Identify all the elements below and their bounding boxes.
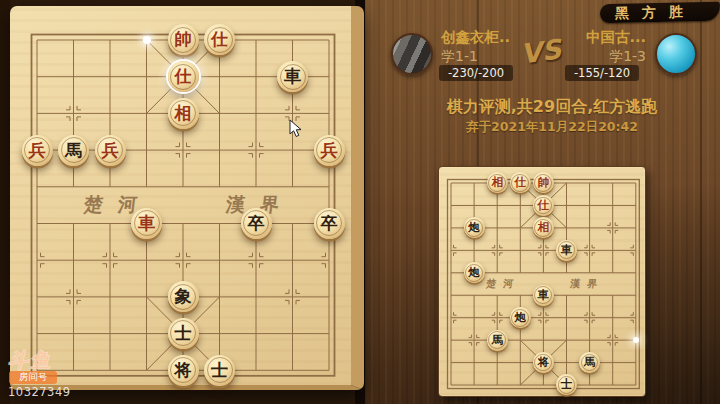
xiangqi-piece-仕[interactable]: 仕 (168, 61, 199, 92)
xiangqi-piece-車[interactable]: 車 (277, 61, 308, 92)
last-move-origin-marker (633, 337, 639, 343)
red-player-score: -230/-200 (439, 65, 513, 81)
piece-glyph: 卒 (248, 208, 265, 239)
xiangqi-piece-馬: 馬 (487, 330, 508, 351)
xiangqi-piece-士[interactable]: 士 (168, 318, 199, 349)
piece-glyph: 兵 (29, 135, 46, 166)
red-player-name: 创鑫衣柜.. (441, 28, 523, 47)
vs-label: VS (515, 33, 567, 70)
xiangqi-piece-馬: 馬 (579, 352, 600, 373)
piece-glyph: 士 (211, 355, 228, 386)
xiangqi-piece-車: 車 (556, 240, 577, 261)
xiangqi-piece-炮: 炮 (464, 217, 485, 238)
piece-glyph: 相 (175, 98, 192, 129)
mini-xiangqi-board: 楚河 漢界 相仕帥仕炮相車炮車炮馬将馬士 (438, 166, 646, 397)
piece-glyph: 仕 (538, 195, 550, 216)
xiangqi-piece-仕: 仕 (533, 195, 554, 216)
xiangqi-piece-将: 将 (533, 352, 554, 373)
piece-glyph: 馬 (65, 135, 82, 166)
piece-glyph: 帥 (175, 24, 192, 55)
black-player-score: -155/-120 (565, 65, 639, 81)
piece-glyph: 卒 (321, 208, 338, 239)
piece-glyph: 将 (538, 352, 550, 373)
xiangqi-piece-車: 車 (533, 285, 554, 306)
xiangqi-piece-象[interactable]: 象 (168, 281, 199, 312)
piece-glyph: 相 (538, 217, 550, 238)
piece-glyph: 帥 (538, 172, 550, 193)
piece-glyph: 車 (284, 61, 301, 92)
piece-glyph: 炮 (468, 262, 480, 283)
piece-glyph: 相 (491, 172, 503, 193)
main-xiangqi-board[interactable]: 楚河 漢界 帥仕仕相兵馬兵兵車車卒卒象士将士 (10, 6, 364, 390)
xiangqi-piece-兵[interactable]: 兵 (95, 135, 126, 166)
black-player-avatar[interactable] (655, 33, 697, 75)
piece-glyph: 士 (561, 374, 573, 395)
main-piece-layer: 帥仕仕相兵馬兵兵車車卒卒象士将士 (19, 22, 348, 389)
xiangqi-piece-帥: 帥 (533, 172, 554, 193)
piece-glyph: 馬 (491, 330, 503, 351)
black-player-name: 中国古... (564, 28, 646, 47)
xiangqi-piece-帥[interactable]: 帥 (168, 24, 199, 55)
xiangqi-piece-将[interactable]: 将 (168, 355, 199, 386)
xiangqi-piece-車[interactable]: 車 (131, 208, 162, 239)
mini-piece-layer: 相仕帥仕炮相車炮車炮馬将馬士 (439, 172, 647, 396)
piece-glyph: 仕 (515, 172, 527, 193)
mouse-cursor (289, 119, 303, 138)
xiangqi-piece-兵[interactable]: 兵 (314, 135, 345, 166)
result-badge: 黑方胜 (600, 2, 720, 24)
xiangqi-piece-卒[interactable]: 卒 (241, 208, 272, 239)
screen: 楚河 漢界 帥仕仕相兵馬兵兵車車卒卒象士将士 黑方胜 创鑫衣柜.. 学1-1 -… (0, 0, 720, 404)
piece-glyph: 兵 (321, 135, 338, 166)
match-summary: 棋力评测,共29回合,红方逃跑 (382, 97, 720, 118)
xiangqi-piece-相: 相 (533, 217, 554, 238)
xiangqi-piece-仕: 仕 (510, 172, 531, 193)
live-board-panel: 楚河 漢界 帥仕仕相兵馬兵兵車車卒卒象士将士 (0, 0, 365, 404)
red-player-avatar[interactable] (391, 33, 433, 75)
red-player-level: 学1-1 (441, 48, 523, 66)
piece-glyph: 炮 (515, 307, 527, 328)
xiangqi-piece-仕[interactable]: 仕 (204, 24, 235, 55)
xiangqi-piece-炮: 炮 (510, 307, 531, 328)
room-number: 10327349 (8, 385, 71, 399)
xiangqi-piece-炮: 炮 (464, 262, 485, 283)
xiangqi-piece-馬[interactable]: 馬 (58, 135, 89, 166)
piece-glyph: 兵 (102, 135, 119, 166)
xiangqi-piece-士: 士 (556, 374, 577, 395)
xiangqi-piece-相[interactable]: 相 (168, 98, 199, 129)
xiangqi-piece-士[interactable]: 士 (204, 355, 235, 386)
room-number-label: 房间号 (9, 371, 57, 384)
douyu-logo: 斗鱼 (8, 347, 52, 374)
piece-glyph: 車 (561, 240, 573, 261)
xiangqi-piece-相: 相 (487, 172, 508, 193)
piece-glyph: 炮 (468, 217, 480, 238)
wood-seam (700, 0, 702, 404)
result-badge-label: 黑方胜 (600, 3, 696, 23)
xiangqi-piece-兵[interactable]: 兵 (22, 135, 53, 166)
piece-glyph: 仕 (211, 24, 228, 55)
piece-glyph: 馬 (584, 352, 596, 373)
piece-glyph: 車 (138, 208, 155, 239)
last-move-origin-marker (143, 36, 151, 44)
piece-glyph: 将 (175, 355, 192, 386)
match-abandon-time: 弃于2021年11月22日20:42 (382, 119, 720, 136)
piece-glyph: 象 (175, 281, 192, 312)
xiangqi-piece-卒[interactable]: 卒 (314, 208, 345, 239)
piece-glyph: 士 (175, 318, 192, 349)
piece-glyph: 仕 (175, 61, 192, 92)
black-player-level: 学1-3 (564, 48, 646, 66)
piece-glyph: 車 (538, 285, 550, 306)
